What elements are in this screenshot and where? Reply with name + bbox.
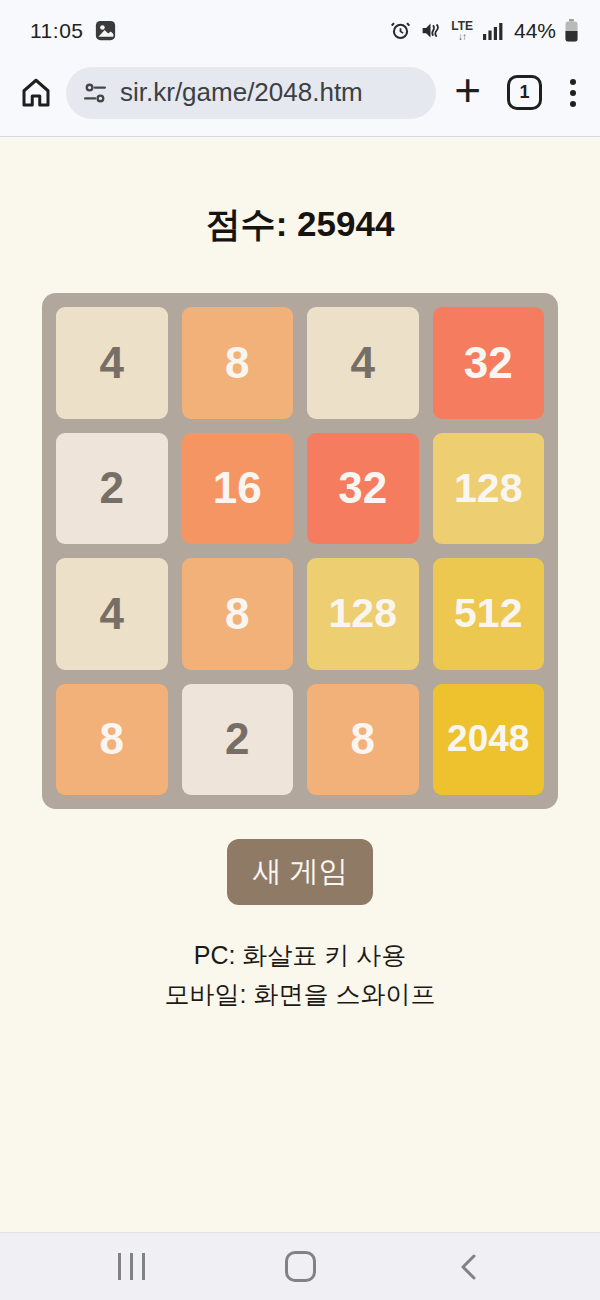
alarm-icon <box>390 20 411 41</box>
signal-strength-icon <box>483 21 505 41</box>
android-navbar <box>0 1232 600 1300</box>
recents-button[interactable] <box>118 1253 145 1280</box>
tab-count: 1 <box>507 75 542 110</box>
home-nav-button[interactable] <box>285 1251 316 1282</box>
new-game-button[interactable]: 새 게임 <box>227 839 373 905</box>
game-board-2048[interactable]: 4843221632128481285128282048 <box>42 293 558 809</box>
status-bar: 11:05 LTE ↓↑ 44% <box>0 0 600 55</box>
address-bar[interactable]: sir.kr/game/2048.htm <box>66 67 436 119</box>
new-tab-button[interactable]: + <box>454 67 481 113</box>
tile-512: 512 <box>433 558 545 670</box>
battery-icon <box>565 19 578 42</box>
tile-128: 128 <box>307 558 419 670</box>
tile-4: 4 <box>307 307 419 419</box>
tile-32: 32 <box>307 433 419 545</box>
tile-8: 8 <box>182 307 294 419</box>
site-settings-icon[interactable] <box>82 80 108 106</box>
data-arrows-icon: ↓↑ <box>458 32 466 42</box>
tile-32: 32 <box>433 307 545 419</box>
network-type-icon: LTE ↓↑ <box>451 20 473 42</box>
score-text: 점수: 25944 <box>206 201 395 248</box>
network-label: LTE <box>451 20 473 32</box>
tile-2048: 2048 <box>433 684 545 796</box>
browser-toolbar: sir.kr/game/2048.htm + 1 <box>0 55 600 137</box>
browser-menu-button[interactable] <box>570 79 576 107</box>
url-text[interactable]: sir.kr/game/2048.htm <box>120 77 363 108</box>
instructions-mobile: 모바일: 화면을 스와이프 <box>165 975 436 1014</box>
status-right: LTE ↓↑ 44% <box>390 19 578 43</box>
tile-2: 2 <box>182 684 294 796</box>
status-left: 11:05 <box>30 19 116 43</box>
tile-8: 8 <box>182 558 294 670</box>
page-content: 점수: 25944 4843221632128481285128282048 새… <box>0 137 600 1232</box>
phone-screen: 11:05 LTE ↓↑ 44% <box>0 0 600 1300</box>
tile-128: 128 <box>433 433 545 545</box>
photo-notification-icon <box>95 20 116 41</box>
instructions: PC: 화살표 키 사용 모바일: 화면을 스와이프 <box>165 936 436 1014</box>
tile-4: 4 <box>56 558 168 670</box>
back-button[interactable] <box>456 1252 482 1282</box>
tile-8: 8 <box>56 684 168 796</box>
battery-percent: 44% <box>514 19 556 43</box>
clock-time: 11:05 <box>30 19 84 43</box>
tab-switcher-button[interactable]: 1 <box>499 75 550 110</box>
instructions-pc: PC: 화살표 키 사용 <box>165 936 436 975</box>
tile-8: 8 <box>307 684 419 796</box>
tile-2: 2 <box>56 433 168 545</box>
tile-4: 4 <box>56 307 168 419</box>
mute-vibrate-icon <box>420 20 441 41</box>
home-button[interactable] <box>18 75 54 111</box>
tile-16: 16 <box>182 433 294 545</box>
